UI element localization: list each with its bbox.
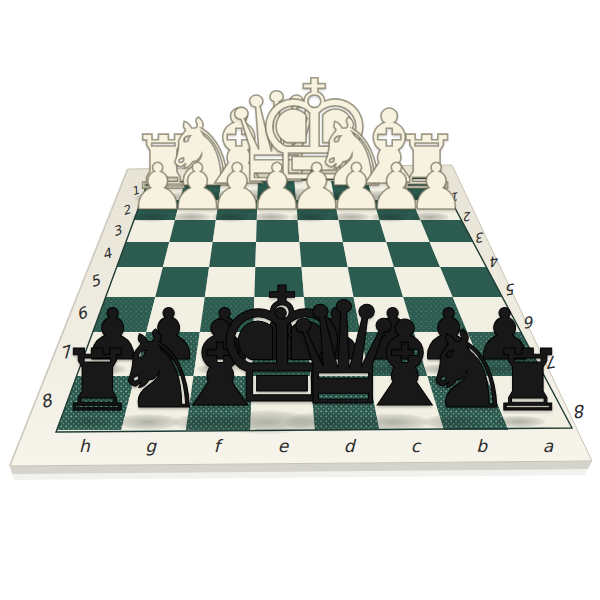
file-label-bottom-c: c bbox=[411, 436, 422, 456]
piece-white-pawn-a2[interactable]: ♟ bbox=[407, 155, 464, 219]
file-label-bottom-g: g bbox=[145, 436, 157, 456]
chess-set-photo: hgfedcbahgfedcba1122334455667788 ♜♞♝♛♚♞♝… bbox=[0, 0, 600, 600]
rank-label-right-8: 8 bbox=[571, 400, 587, 422]
file-label-bottom-e: e bbox=[278, 436, 290, 456]
file-label-bottom-a: a bbox=[543, 436, 554, 456]
file-label-bottom-b: b bbox=[476, 436, 488, 456]
square-g4[interactable] bbox=[163, 242, 213, 267]
piece-black-rook-a8[interactable]: ♜ bbox=[490, 338, 566, 423]
file-label-bottom-h: h bbox=[79, 436, 91, 456]
